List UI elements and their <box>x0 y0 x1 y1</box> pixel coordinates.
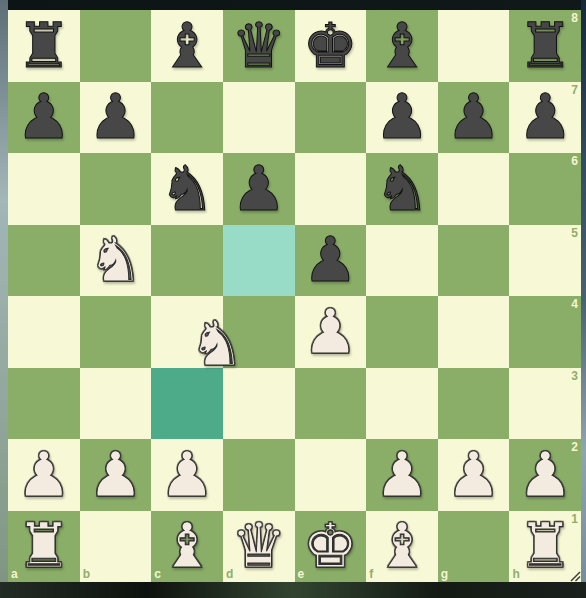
square-h7[interactable]: ♟7 <box>509 82 581 154</box>
square-f6[interactable]: ♞ <box>366 153 438 225</box>
square-g3[interactable] <box>438 368 510 440</box>
square-d2[interactable] <box>223 439 295 511</box>
square-g6[interactable] <box>438 153 510 225</box>
black-rook[interactable]: ♜ <box>8 10 80 82</box>
square-a4[interactable] <box>8 296 80 368</box>
black-bishop[interactable]: ♝ <box>366 10 438 82</box>
square-e3[interactable] <box>295 368 367 440</box>
square-g2[interactable]: ♟ <box>438 439 510 511</box>
square-h1[interactable]: ♜h1 <box>509 511 581 583</box>
white-pawn[interactable]: ♟ <box>8 439 80 511</box>
white-king[interactable]: ♚ <box>295 511 367 583</box>
board-resize-handle-icon[interactable] <box>568 569 581 582</box>
square-h6[interactable]: 6 <box>509 153 581 225</box>
square-h8[interactable]: ♜8 <box>509 10 581 82</box>
square-c3[interactable] <box>151 368 223 440</box>
square-a8[interactable]: ♜ <box>8 10 80 82</box>
black-queen[interactable]: ♛ <box>223 10 295 82</box>
square-f7[interactable]: ♟ <box>366 82 438 154</box>
rank-label-6: 6 <box>571 155 578 167</box>
square-a6[interactable] <box>8 153 80 225</box>
square-a2[interactable]: ♟ <box>8 439 80 511</box>
white-pawn[interactable]: ♟ <box>509 439 581 511</box>
square-f3[interactable] <box>366 368 438 440</box>
black-pawn[interactable]: ♟ <box>80 82 152 154</box>
square-c1[interactable]: ♝c <box>151 511 223 583</box>
square-f5[interactable] <box>366 225 438 297</box>
square-f4[interactable] <box>366 296 438 368</box>
black-bishop[interactable]: ♝ <box>151 10 223 82</box>
black-pawn[interactable]: ♟ <box>8 82 80 154</box>
black-king[interactable]: ♚ <box>295 10 367 82</box>
backdrop-bottom-strip <box>0 582 586 598</box>
square-g4[interactable] <box>438 296 510 368</box>
square-e7[interactable] <box>295 82 367 154</box>
square-e4[interactable]: ♟ <box>295 296 367 368</box>
black-pawn[interactable]: ♟ <box>438 82 510 154</box>
black-pawn[interactable]: ♟ <box>295 225 367 297</box>
white-bishop[interactable]: ♝ <box>151 511 223 583</box>
square-a1[interactable]: ♜a <box>8 511 80 583</box>
square-h5[interactable]: 5 <box>509 225 581 297</box>
square-e2[interactable] <box>295 439 367 511</box>
square-b6[interactable] <box>80 153 152 225</box>
square-e1[interactable]: ♚e <box>295 511 367 583</box>
square-f2[interactable]: ♟ <box>366 439 438 511</box>
square-b5[interactable]: ♞ <box>80 225 152 297</box>
square-g8[interactable] <box>438 10 510 82</box>
square-g5[interactable] <box>438 225 510 297</box>
backdrop-top-strip <box>0 0 586 10</box>
square-h4[interactable]: 4 <box>509 296 581 368</box>
white-pawn[interactable]: ♟ <box>295 296 367 368</box>
chess-board[interactable]: ♜♝♛♚♝♜8♟♟♟♟♟7♞♟♞6♞♟5♟43♟♟♟♟♟♟2♜ab♝c♛d♚e♝… <box>8 10 581 582</box>
square-h3[interactable]: 3 <box>509 368 581 440</box>
white-pawn[interactable]: ♟ <box>438 439 510 511</box>
file-label-b: b <box>83 568 90 580</box>
square-e6[interactable] <box>295 153 367 225</box>
square-f1[interactable]: ♝f <box>366 511 438 583</box>
square-e8[interactable]: ♚ <box>295 10 367 82</box>
square-c8[interactable]: ♝ <box>151 10 223 82</box>
square-d3[interactable] <box>223 368 295 440</box>
white-pawn[interactable]: ♟ <box>80 439 152 511</box>
white-bishop[interactable]: ♝ <box>366 511 438 583</box>
square-h2[interactable]: ♟2 <box>509 439 581 511</box>
square-d6[interactable]: ♟ <box>223 153 295 225</box>
square-c7[interactable] <box>151 82 223 154</box>
white-pawn[interactable]: ♟ <box>151 439 223 511</box>
square-d8[interactable]: ♛ <box>223 10 295 82</box>
rank-label-5: 5 <box>571 227 578 239</box>
square-c4[interactable] <box>151 296 223 368</box>
square-e5[interactable]: ♟ <box>295 225 367 297</box>
square-b8[interactable] <box>80 10 152 82</box>
backdrop-right-strip <box>581 0 586 598</box>
square-c5[interactable] <box>151 225 223 297</box>
square-d5[interactable] <box>223 225 295 297</box>
square-c2[interactable]: ♟ <box>151 439 223 511</box>
square-b2[interactable]: ♟ <box>80 439 152 511</box>
black-pawn[interactable]: ♟ <box>509 82 581 154</box>
black-knight[interactable]: ♞ <box>366 153 438 225</box>
backdrop-left-strip <box>0 0 8 598</box>
square-b7[interactable]: ♟ <box>80 82 152 154</box>
white-queen[interactable]: ♛ <box>223 511 295 583</box>
square-b1[interactable]: b <box>80 511 152 583</box>
rank-label-4: 4 <box>571 298 578 310</box>
square-g7[interactable]: ♟ <box>438 82 510 154</box>
square-d7[interactable] <box>223 82 295 154</box>
white-pawn[interactable]: ♟ <box>366 439 438 511</box>
square-a5[interactable] <box>8 225 80 297</box>
square-d4[interactable] <box>223 296 295 368</box>
square-a3[interactable] <box>8 368 80 440</box>
black-pawn[interactable]: ♟ <box>223 153 295 225</box>
file-label-g: g <box>441 568 448 580</box>
square-c6[interactable]: ♞ <box>151 153 223 225</box>
black-pawn[interactable]: ♟ <box>366 82 438 154</box>
square-g1[interactable]: g <box>438 511 510 583</box>
square-b3[interactable] <box>80 368 152 440</box>
square-b4[interactable] <box>80 296 152 368</box>
black-rook[interactable]: ♜ <box>509 10 581 82</box>
square-d1[interactable]: ♛d <box>223 511 295 583</box>
white-knight[interactable]: ♞ <box>80 225 152 297</box>
rank-label-3: 3 <box>571 370 578 382</box>
square-a7[interactable]: ♟ <box>8 82 80 154</box>
white-rook[interactable]: ♜ <box>8 511 80 583</box>
square-f8[interactable]: ♝ <box>366 10 438 82</box>
black-knight[interactable]: ♞ <box>151 153 223 225</box>
